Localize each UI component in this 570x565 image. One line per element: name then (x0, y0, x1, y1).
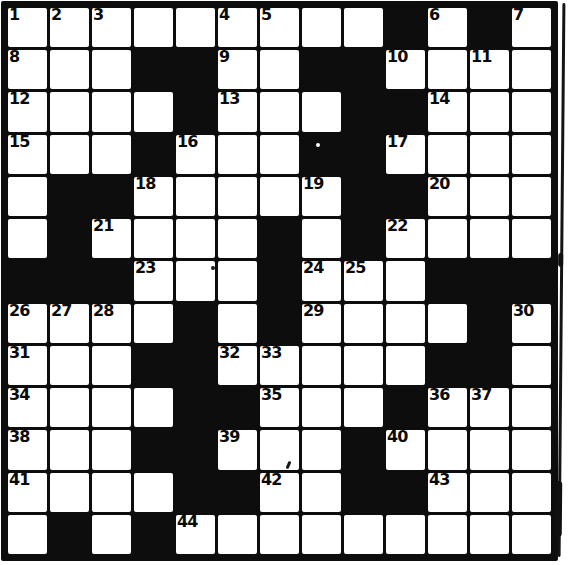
clue-number-26: 26 (9, 302, 29, 320)
cell-r13-c12[interactable] (470, 515, 509, 554)
cell-r9-c1[interactable]: 31 (8, 346, 47, 385)
clue-number-39: 39 (219, 428, 239, 446)
clue-number-14: 14 (429, 90, 449, 108)
clue-number-1: 1 (9, 6, 19, 24)
cell-r13-c9[interactable] (344, 515, 383, 554)
clue-number-43: 43 (429, 471, 449, 489)
cell-r8-c9[interactable] (344, 304, 383, 343)
cell-r8-c5-block (176, 304, 215, 343)
crossword-page: 1234567891011121314151617181920212223242… (0, 0, 570, 565)
cell-r6-c10[interactable]: 22 (386, 219, 425, 258)
cell-r12-c1[interactable]: 41 (8, 473, 47, 512)
cell-r10-c11[interactable]: 36 (428, 388, 467, 427)
cell-r5-c9-block (344, 177, 383, 216)
cell-r12-c4[interactable] (134, 473, 173, 512)
clue-number-12: 12 (9, 90, 29, 108)
clue-number-17: 17 (387, 133, 407, 151)
cell-r8-c1[interactable]: 26 (8, 304, 47, 343)
cell-r13-c13[interactable] (512, 515, 551, 554)
cell-r13-c4-block (134, 515, 173, 554)
clue-number-18: 18 (135, 175, 155, 193)
cell-r1-c11[interactable]: 6 (428, 8, 467, 47)
cell-r5-c7[interactable] (260, 177, 299, 216)
clue-number-7: 7 (513, 6, 523, 24)
clue-number-6: 6 (429, 6, 439, 24)
clue-number-25: 25 (345, 259, 365, 277)
cell-r5-c1[interactable] (8, 177, 47, 216)
cell-r13-c11[interactable] (428, 515, 467, 554)
cell-r7-c13-block (512, 261, 551, 300)
cell-r8-c11[interactable] (428, 304, 467, 343)
cell-r12-c10-block (386, 473, 425, 512)
clue-number-2: 2 (51, 6, 61, 24)
cell-r11-c4-block (134, 430, 173, 469)
cell-r10-c12[interactable]: 37 (470, 388, 509, 427)
cell-r13-c3[interactable] (92, 515, 131, 554)
cell-r12-c12[interactable] (470, 473, 509, 512)
cell-r6-c5[interactable] (176, 219, 215, 258)
clue-number-8: 8 (9, 48, 19, 66)
cell-r5-c11[interactable]: 20 (428, 177, 467, 216)
cell-r13-c7[interactable] (260, 515, 299, 554)
cell-r9-c10[interactable] (386, 346, 425, 385)
cell-r7-c9[interactable]: 25 (344, 261, 383, 300)
cell-r1-c12-block (470, 8, 509, 47)
cell-r5-c2-block (50, 177, 89, 216)
cell-r9-c8[interactable] (302, 346, 341, 385)
cell-r3-c8[interactable] (302, 92, 341, 131)
cell-r11-c6[interactable]: 39 (218, 430, 257, 469)
cell-r12-c3[interactable] (92, 473, 131, 512)
clue-number-19: 19 (303, 175, 323, 193)
clue-number-42: 42 (261, 471, 281, 489)
cell-r4-c12[interactable] (470, 135, 509, 174)
cell-r8-c8[interactable]: 29 (302, 304, 341, 343)
clue-number-28: 28 (93, 302, 113, 320)
cell-r8-c10[interactable] (386, 304, 425, 343)
ink-blob (558, 253, 563, 267)
cell-r10-c7[interactable]: 35 (260, 388, 299, 427)
cell-r12-c7[interactable]: 42 (260, 473, 299, 512)
clue-number-44: 44 (177, 513, 197, 531)
cell-r6-c13[interactable] (512, 219, 551, 258)
print-speck (316, 143, 320, 147)
cell-r6-c4[interactable] (134, 219, 173, 258)
cell-r2-c13[interactable] (512, 50, 551, 89)
cell-r3-c5-block (176, 92, 215, 131)
cell-r7-c3-block (92, 261, 131, 300)
clue-number-36: 36 (429, 386, 449, 404)
cell-r10-c5-block (176, 388, 215, 427)
cell-r2-c7[interactable] (260, 50, 299, 89)
clue-number-33: 33 (261, 344, 281, 362)
cell-r12-c5-block (176, 473, 215, 512)
cell-r12-c13[interactable] (512, 473, 551, 512)
cell-r4-c10[interactable]: 17 (386, 135, 425, 174)
clue-number-15: 15 (9, 133, 29, 151)
cell-r5-c4[interactable]: 18 (134, 177, 173, 216)
cell-r8-c7-block (260, 304, 299, 343)
cell-r4-c2[interactable] (50, 135, 89, 174)
cell-r7-c11-block (428, 261, 467, 300)
cell-r3-c13[interactable] (512, 92, 551, 131)
cell-r10-c9[interactable] (344, 388, 383, 427)
cell-r7-c8[interactable]: 24 (302, 261, 341, 300)
cell-r9-c9[interactable] (344, 346, 383, 385)
cell-r10-c3[interactable] (92, 388, 131, 427)
cell-r3-c1[interactable]: 12 (8, 92, 47, 131)
cell-r9-c13[interactable] (512, 346, 551, 385)
cell-r8-c6[interactable] (218, 304, 257, 343)
clue-number-9: 9 (219, 48, 229, 66)
cell-r6-c8[interactable] (302, 219, 341, 258)
clue-number-40: 40 (387, 428, 407, 446)
clue-number-29: 29 (303, 302, 323, 320)
cell-r11-c2[interactable] (50, 430, 89, 469)
cell-r12-c6-block (218, 473, 257, 512)
clue-number-31: 31 (9, 344, 29, 362)
cell-r9-c11-block (428, 346, 467, 385)
cell-r8-c2[interactable]: 27 (50, 304, 89, 343)
cell-r3-c9-block (344, 92, 383, 131)
cell-r10-c13[interactable] (512, 388, 551, 427)
cell-r2-c8-block (302, 50, 341, 89)
cell-r7-c7-block (260, 261, 299, 300)
cell-r4-c13[interactable] (512, 135, 551, 174)
clue-number-27: 27 (51, 302, 71, 320)
cell-r11-c13[interactable] (512, 430, 551, 469)
cell-r1-c4[interactable] (134, 8, 173, 47)
cell-r2-c3[interactable] (92, 50, 131, 89)
cell-r10-c4[interactable] (134, 388, 173, 427)
clue-number-35: 35 (261, 386, 281, 404)
cell-r11-c1[interactable]: 38 (8, 430, 47, 469)
cell-r4-c5[interactable]: 16 (176, 135, 215, 174)
cell-r13-c8[interactable] (302, 515, 341, 554)
clue-number-11: 11 (471, 48, 491, 66)
cell-r1-c7[interactable]: 5 (260, 8, 299, 47)
cell-r9-c5-block (176, 346, 215, 385)
cell-r11-c10[interactable]: 40 (386, 430, 425, 469)
cell-r2-c10[interactable]: 10 (386, 50, 425, 89)
cell-r1-c10-block (386, 8, 425, 47)
cell-r10-c6-block (218, 388, 257, 427)
cell-r11-c5-block (176, 430, 215, 469)
ink-blob (555, 481, 562, 537)
cell-r9-c4-block (134, 346, 173, 385)
cell-r10-c10-block (386, 388, 425, 427)
cell-r6-c7-block (260, 219, 299, 258)
cell-r1-c8[interactable] (302, 8, 341, 47)
cell-r2-c6[interactable]: 9 (218, 50, 257, 89)
cell-r9-c6[interactable]: 32 (218, 346, 257, 385)
cell-r6-c11[interactable] (428, 219, 467, 258)
clue-number-24: 24 (303, 259, 323, 277)
cell-r3-c12[interactable] (470, 92, 509, 131)
cell-r7-c5[interactable] (176, 261, 215, 300)
cell-r6-c2-block (50, 219, 89, 258)
cell-r9-c12-block (470, 346, 509, 385)
cell-r13-c1[interactable] (8, 515, 47, 554)
cell-r3-c4[interactable] (134, 92, 173, 131)
cell-r4-c8-block (302, 135, 341, 174)
cell-r11-c3[interactable] (92, 430, 131, 469)
cell-r6-c9-block (344, 219, 383, 258)
cell-r8-c13[interactable]: 30 (512, 304, 551, 343)
cell-r11-c11[interactable] (428, 430, 467, 469)
cell-r11-c9-block (344, 430, 383, 469)
cell-r7-c2-block (50, 261, 89, 300)
cell-r11-c7[interactable] (260, 430, 299, 469)
cell-r4-c4-block (134, 135, 173, 174)
cell-r3-c2[interactable] (50, 92, 89, 131)
cell-r1-c2[interactable]: 2 (50, 8, 89, 47)
clue-number-20: 20 (429, 175, 449, 193)
cell-r11-c8[interactable] (302, 430, 341, 469)
clue-number-32: 32 (219, 344, 239, 362)
cell-r6-c1[interactable] (8, 219, 47, 258)
cell-r13-c2-block (50, 515, 89, 554)
cell-r7-c12-block (470, 261, 509, 300)
cell-r4-c9-block (344, 135, 383, 174)
clue-number-4: 4 (219, 6, 229, 24)
cell-r11-c12[interactable] (470, 430, 509, 469)
cell-r4-c6[interactable] (218, 135, 257, 174)
clue-number-34: 34 (9, 386, 29, 404)
cell-r4-c11[interactable] (428, 135, 467, 174)
cell-r5-c12[interactable] (470, 177, 509, 216)
cell-r3-c7[interactable] (260, 92, 299, 131)
cell-r2-c4-block (134, 50, 173, 89)
cell-r12-c11[interactable]: 43 (428, 473, 467, 512)
cell-r6-c6[interactable] (218, 219, 257, 258)
clue-number-13: 13 (219, 90, 239, 108)
cell-r2-c5-block (176, 50, 215, 89)
cell-r8-c4[interactable] (134, 304, 173, 343)
clue-number-3: 3 (93, 6, 103, 24)
cell-r1-c13[interactable]: 7 (512, 8, 551, 47)
cell-r10-c1[interactable]: 34 (8, 388, 47, 427)
clue-number-38: 38 (9, 428, 29, 446)
cell-r9-c3[interactable] (92, 346, 131, 385)
cell-r5-c13[interactable] (512, 177, 551, 216)
cell-r3-c11[interactable]: 14 (428, 92, 467, 131)
cell-r2-c1[interactable]: 8 (8, 50, 47, 89)
clue-number-5: 5 (261, 6, 271, 24)
cell-r9-c7[interactable]: 33 (260, 346, 299, 385)
cell-r1-c3[interactable]: 3 (92, 8, 131, 47)
clue-number-10: 10 (387, 48, 407, 66)
cell-r4-c7[interactable] (260, 135, 299, 174)
cell-r5-c3-block (92, 177, 131, 216)
cell-r7-c10[interactable] (386, 261, 425, 300)
cell-r3-c3[interactable] (92, 92, 131, 131)
cell-r5-c10-block (386, 177, 425, 216)
cell-r12-c8[interactable] (302, 473, 341, 512)
cell-r2-c2[interactable] (50, 50, 89, 89)
clue-number-37: 37 (471, 386, 491, 404)
cell-r2-c9-block (344, 50, 383, 89)
cell-r13-c5[interactable]: 44 (176, 515, 215, 554)
clue-number-16: 16 (177, 133, 197, 151)
clue-number-23: 23 (135, 259, 155, 277)
cell-r3-c6[interactable]: 13 (218, 92, 257, 131)
clue-number-21: 21 (93, 217, 113, 235)
cell-r2-c12[interactable]: 11 (470, 50, 509, 89)
cell-r7-c1-block (8, 261, 47, 300)
cell-r8-c3[interactable]: 28 (92, 304, 131, 343)
cell-r6-c12[interactable] (470, 219, 509, 258)
cell-r3-c10-block (386, 92, 425, 131)
cell-r12-c2[interactable] (50, 473, 89, 512)
cell-r1-c6[interactable]: 4 (218, 8, 257, 47)
cell-r12-c9-block (344, 473, 383, 512)
cell-r1-c1[interactable]: 1 (8, 8, 47, 47)
cell-r10-c2[interactable] (50, 388, 89, 427)
cell-r5-c8[interactable]: 19 (302, 177, 341, 216)
crossword-grid: 1234567891011121314151617181920212223242… (1, 1, 558, 561)
cell-r4-c1[interactable]: 15 (8, 135, 47, 174)
cell-r8-c12-block (470, 304, 509, 343)
cell-r9-c2[interactable] (50, 346, 89, 385)
cell-r6-c3[interactable]: 21 (92, 219, 131, 258)
print-artifact-right-margin-line (558, 3, 566, 557)
cell-r1-c5[interactable] (176, 8, 215, 47)
cell-r5-c6[interactable] (218, 177, 257, 216)
cell-r2-c11[interactable] (428, 50, 467, 89)
clue-number-22: 22 (387, 217, 407, 235)
print-speck (211, 266, 215, 270)
clue-number-41: 41 (9, 471, 29, 489)
cell-r13-c10[interactable] (386, 515, 425, 554)
cell-r5-c5[interactable] (176, 177, 215, 216)
cell-r7-c4[interactable]: 23 (134, 261, 173, 300)
cell-r7-c6[interactable] (218, 261, 257, 300)
cell-r10-c8[interactable] (302, 388, 341, 427)
clue-number-30: 30 (513, 302, 533, 320)
cell-r4-c3[interactable] (92, 135, 131, 174)
cell-r1-c9[interactable] (344, 8, 383, 47)
cell-r13-c6[interactable] (218, 515, 257, 554)
